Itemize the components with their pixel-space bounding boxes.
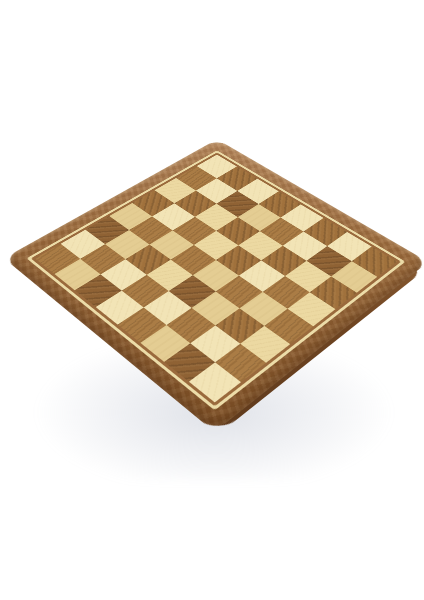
- chess-board: [4, 139, 424, 432]
- chess-board-wrap: [65, 109, 368, 412]
- board-grid: [35, 155, 397, 403]
- inlay-border: [35, 155, 397, 403]
- product-photo: [0, 0, 424, 600]
